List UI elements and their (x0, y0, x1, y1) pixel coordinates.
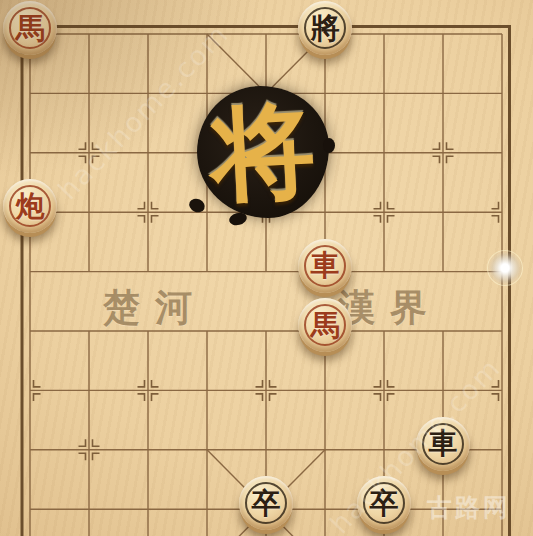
piece-black-chariot[interactable]: 車 (416, 417, 470, 471)
piece-black-soldier[interactable]: 卒 (357, 476, 411, 530)
piece-red-chariot[interactable]: 車 (298, 239, 352, 293)
piece-glyph: 將 (311, 14, 340, 43)
piece-glyph: 車 (429, 429, 458, 458)
river-label-chu-he: 楚河 (103, 289, 207, 326)
piece-red-horse[interactable]: 馬 (3, 1, 57, 55)
xiangqi-board[interactable]: 楚河 漢界 馬 將 炮 車 馬 車 卒 卒 将 (0, 0, 533, 536)
piece-glyph: 車 (311, 251, 340, 280)
piece-glyph: 馬 (16, 14, 45, 43)
piece-glyph: 卒 (252, 489, 281, 518)
piece-glyph: 炮 (16, 192, 45, 221)
piece-red-cannon[interactable]: 炮 (3, 179, 57, 233)
river-label-han-jie: 漢界 (338, 289, 442, 326)
piece-glyph: 卒 (370, 489, 399, 518)
piece-glyph: 馬 (311, 311, 340, 340)
piece-red-horse[interactable]: 馬 (298, 298, 352, 352)
piece-black-soldier[interactable]: 卒 (239, 476, 293, 530)
piece-black-general[interactable]: 將 (298, 1, 352, 55)
